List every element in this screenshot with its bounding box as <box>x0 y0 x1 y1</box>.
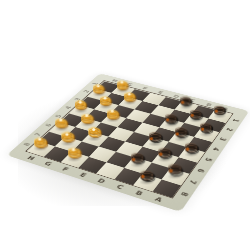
rank-label-2-near: 2 <box>218 124 241 136</box>
dark-piece-a3[interactable]: ⛂ <box>200 121 213 136</box>
amber-piece-f2[interactable]: ⛂ <box>124 90 136 104</box>
amber-piece-h8[interactable]: ⛂ <box>33 134 46 150</box>
dark-piece-a5[interactable]: ⛂ <box>184 140 197 156</box>
amber-piece-f4[interactable]: ⛂ <box>106 107 118 122</box>
dark-piece-a7[interactable]: ⛂ <box>168 161 182 178</box>
photo-scene: HGFEDCBA1⛂⛂⛂12⛂⛂⛂23⛂⛂⛂34⛂⛂⛂45⛂⛂⛂56⛂⛂⛂67⛂… <box>0 0 250 250</box>
amber-piece-f6[interactable]: ⛂ <box>88 125 101 140</box>
dark-piece-a1[interactable]: ⛂ <box>214 103 226 117</box>
dark-piece-b8[interactable]: ⛂ <box>140 167 154 184</box>
rank-label-1-near: 1 <box>224 115 246 126</box>
amber-piece-f8[interactable]: ⛂ <box>67 145 80 161</box>
